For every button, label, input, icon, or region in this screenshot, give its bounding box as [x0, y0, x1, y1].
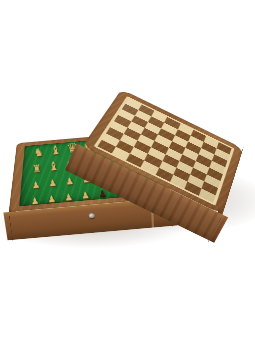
- board-square: [201, 181, 218, 195]
- board-square: [199, 188, 216, 202]
- board-square: [120, 134, 138, 147]
- board-square: [190, 167, 207, 181]
- board-square: [148, 147, 165, 160]
- board-square: [130, 147, 148, 161]
- board-square: [162, 154, 179, 168]
- board-square: [112, 147, 130, 161]
- board-square: [184, 181, 201, 195]
- board-square: [187, 174, 204, 188]
- board-square: [159, 161, 176, 175]
- board-square: [170, 174, 187, 188]
- board-square: [134, 141, 151, 154]
- board-square: [102, 133, 120, 146]
- drawer-knob-pin: [89, 213, 95, 218]
- board-square: [97, 140, 116, 154]
- board-square: [155, 168, 173, 182]
- board-square: [116, 140, 134, 154]
- board-square: [126, 154, 144, 168]
- board-square: [204, 174, 220, 188]
- board-square: [106, 127, 124, 140]
- board-square: [173, 167, 190, 181]
- product-photo-scene: ♞♝♛♚♚♛♝♞♜♝♞♜♜♞♝♜♟♟♟♟♟♟♟♟♟♟♟♟♟♟♟♟: [0, 0, 255, 340]
- board-square: [141, 161, 159, 175]
- board-square: [144, 154, 162, 168]
- board-square: [176, 161, 193, 175]
